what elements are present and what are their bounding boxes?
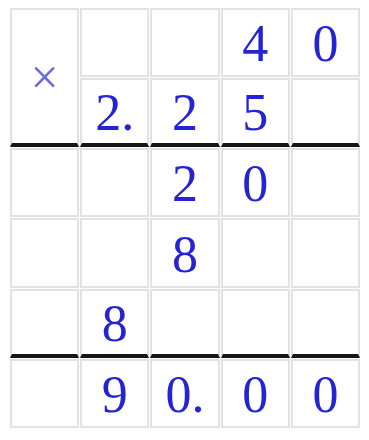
cell-r5c5 bbox=[291, 289, 360, 358]
cell-r2c5 bbox=[291, 78, 360, 147]
cell-r6c1 bbox=[10, 359, 79, 428]
cell-r2c2: 2. bbox=[80, 78, 149, 147]
cell-r4c3: 8 bbox=[150, 218, 219, 287]
cell-r4c1 bbox=[10, 218, 79, 287]
cell-r1c4: 4 bbox=[221, 8, 290, 77]
cell-r3c2 bbox=[80, 148, 149, 217]
cell-r6c4: 0 bbox=[221, 359, 290, 428]
cell-r1c2 bbox=[80, 8, 149, 77]
cell-r5c4 bbox=[221, 289, 290, 358]
cell-r6c3: 0. bbox=[150, 359, 219, 428]
cell-r4c5 bbox=[291, 218, 360, 287]
cell-r4c2 bbox=[80, 218, 149, 287]
cell-r6c5: 0 bbox=[291, 359, 360, 428]
cell-r4c4 bbox=[221, 218, 290, 287]
cell-r3c5 bbox=[291, 148, 360, 217]
cell-r5c2: 8 bbox=[80, 289, 149, 358]
cell-r3c3: 2 bbox=[150, 148, 219, 217]
cell-r3c4: 0 bbox=[221, 148, 290, 217]
long-multiplication-grid: × 4 0 2. 2 5 2 0 8 8 9 0. 0 0 bbox=[10, 8, 360, 428]
cell-r1c3 bbox=[150, 8, 219, 77]
cell-r6c2: 9 bbox=[80, 359, 149, 428]
cell-r5c1 bbox=[10, 289, 79, 358]
multiplication-sign: × bbox=[10, 8, 79, 147]
cell-r1c5: 0 bbox=[291, 8, 360, 77]
cell-r3c1 bbox=[10, 148, 79, 217]
cell-r2c4: 5 bbox=[221, 78, 290, 147]
cell-r5c3 bbox=[150, 289, 219, 358]
cell-r2c3: 2 bbox=[150, 78, 219, 147]
